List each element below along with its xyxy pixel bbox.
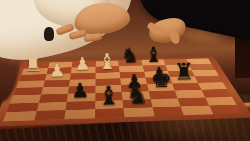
square-e7: ♞ <box>123 99 153 108</box>
black-knight: ♞ <box>121 45 140 66</box>
chess-game-photo: ♞♝♜♟♝♟♟♜♟♚♟♝♞ <box>0 0 250 141</box>
chess-board: ♞♝♜♟♝♟♟♜♟♚♟♝♞ <box>0 57 250 127</box>
square-d8 <box>95 108 125 118</box>
black-king: ♚ <box>150 67 172 91</box>
black-bishop: ♝ <box>144 44 163 65</box>
square-f8 <box>152 106 184 116</box>
white-pawn: ♟ <box>48 61 65 80</box>
board-frame: ♞♝♜♟♝♟♟♜♟♚♟♝♞ <box>0 57 250 127</box>
black-bishop: ♝ <box>97 82 121 108</box>
black-pawn: ♟ <box>71 80 90 101</box>
square-h8 <box>209 105 242 115</box>
black-knight: ♞ <box>126 82 150 108</box>
square-g8 <box>180 105 212 115</box>
square-d2: ♝ <box>95 66 119 73</box>
black-rook: ♜ <box>174 60 195 83</box>
square-a8 <box>3 111 36 121</box>
square-e8 <box>123 107 154 117</box>
board-grid: ♞♝♜♟♝♟♟♜♟♚♟♝♞ <box>3 58 242 121</box>
square-b8 <box>34 110 66 120</box>
dark-piece-in-left-hand <box>44 27 54 41</box>
square-c8 <box>64 109 94 119</box>
square-d7: ♝ <box>95 100 124 109</box>
white-pawn: ♟ <box>75 55 91 73</box>
square-g4: ♜ <box>170 76 198 83</box>
white-bishop: ♝ <box>97 50 117 72</box>
